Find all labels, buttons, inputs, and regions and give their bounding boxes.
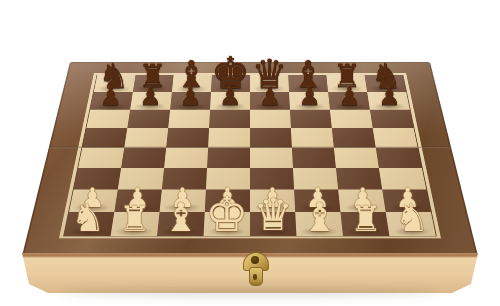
square-g4[interactable] [334,148,379,168]
clasp-hole [251,256,259,264]
clasp-latch[interactable] [241,250,269,292]
square-a5[interactable] [82,128,127,147]
square-b6[interactable] [127,110,170,129]
square-h5[interactable] [373,128,418,147]
piece-dark-pawn-f7[interactable]: ♟ [299,85,321,110]
piece-dark-pawn-e7[interactable]: ♟ [259,85,281,110]
square-b4[interactable] [121,148,166,168]
piece-dark-pawn-h7[interactable]: ♟ [378,85,400,110]
square-c4[interactable] [164,148,208,168]
piece-light-king-d1[interactable]: ♚ [205,190,248,238]
square-b5[interactable] [124,128,168,147]
piece-light-knight-h1[interactable]: ♞ [395,199,429,237]
square-g6[interactable] [330,110,373,129]
square-a4[interactable] [78,148,124,168]
chess-set-product-photo: ♞♜♝♚♛♝♜♞♟♟♟♟♟♟♟♟♟♟♟♟♟♟♟♟♞♜♝♚♛♝♜♞ [0,0,500,306]
square-d5[interactable] [208,128,250,147]
square-f5[interactable] [291,128,334,147]
piece-dark-pawn-a7[interactable]: ♟ [100,85,122,110]
piece-dark-pawn-c7[interactable]: ♟ [179,85,201,110]
piece-light-knight-a1[interactable]: ♞ [71,199,105,237]
square-c5[interactable] [166,128,209,147]
square-h4[interactable] [376,148,422,168]
square-e6[interactable] [250,110,291,129]
piece-dark-pawn-g7[interactable]: ♟ [338,85,360,110]
piece-light-queen-e1[interactable]: ♛ [253,193,292,237]
piece-light-bishop-f1[interactable]: ♝ [301,197,337,237]
square-g5[interactable] [332,128,376,147]
board-fold-hinge-line [49,146,452,148]
piece-light-bishop-c1[interactable]: ♝ [163,197,199,237]
piece-dark-pawn-b7[interactable]: ♟ [139,85,161,110]
square-c6[interactable] [168,110,210,129]
clasp-slot [253,274,257,280]
square-f6[interactable] [290,110,332,129]
piece-light-rook-g1[interactable]: ♜ [350,201,381,236]
square-a6[interactable] [86,110,130,129]
square-d4[interactable] [207,148,250,168]
piece-dark-pawn-d7[interactable]: ♟ [219,85,241,110]
square-h6[interactable] [370,110,414,129]
square-d6[interactable] [209,110,250,129]
square-e4[interactable] [250,148,293,168]
square-f4[interactable] [292,148,336,168]
piece-light-rook-b1[interactable]: ♜ [119,201,150,236]
square-e5[interactable] [250,128,292,147]
